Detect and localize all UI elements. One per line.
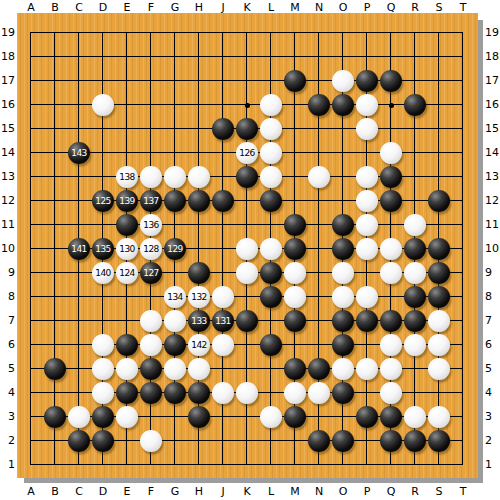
stone-black-C2 (68, 430, 90, 452)
stone-black-N2 (308, 430, 330, 452)
stone-white-K4 (236, 382, 258, 404)
coord-label: 12 (1, 189, 15, 213)
coord-label: 1 (485, 453, 499, 477)
stone-white-L13 (260, 166, 282, 188)
coord-label: 10 (1, 237, 15, 261)
coord-label: 18 (485, 45, 499, 69)
stone-white-E10: 130 (116, 238, 138, 260)
stone-black-H7: 133 (188, 310, 210, 332)
stone-black-K15 (236, 118, 258, 140)
coord-label: 7 (1, 309, 15, 333)
stone-black-Q13 (380, 166, 402, 188)
coord-label: M (283, 485, 307, 498)
stone-black-J15 (212, 118, 234, 140)
stone-black-S12 (428, 190, 450, 212)
move-number-label: 127 (143, 269, 159, 278)
stone-white-M8 (284, 286, 306, 308)
stone-black-H3 (188, 406, 210, 428)
coord-label: A (19, 485, 43, 498)
stone-black-S2 (428, 430, 450, 452)
stone-black-L6 (260, 334, 282, 356)
stone-black-C10: 141 (68, 238, 90, 260)
coord-label: 9 (1, 261, 15, 285)
stone-white-P11 (356, 214, 378, 236)
coord-label: N (307, 485, 331, 498)
stone-black-F12: 137 (140, 190, 162, 212)
stone-white-L16 (260, 94, 282, 116)
stone-black-O2 (332, 430, 354, 452)
move-number-label: 133 (191, 317, 207, 326)
stone-black-D2 (92, 430, 114, 452)
coord-label: 5 (485, 357, 499, 381)
stone-black-M17 (284, 70, 306, 92)
stone-white-Q4 (380, 382, 402, 404)
stone-black-F9: 127 (140, 262, 162, 284)
stone-black-O6 (332, 334, 354, 356)
stone-black-S8 (428, 286, 450, 308)
coord-label: Q (379, 485, 403, 498)
stone-black-R10 (404, 238, 426, 260)
coord-label: 6 (1, 333, 15, 357)
stone-black-F4 (140, 382, 162, 404)
coord-label: F (139, 485, 163, 498)
stone-black-L8 (260, 286, 282, 308)
stone-white-P13 (356, 166, 378, 188)
stone-white-K9 (236, 262, 258, 284)
coord-label: E (115, 485, 139, 498)
coord-label: 13 (1, 165, 15, 189)
move-number-label: 137 (143, 197, 159, 206)
stone-white-P5 (356, 358, 378, 380)
stone-black-O16 (332, 94, 354, 116)
stone-black-M11 (284, 214, 306, 236)
coord-label: D (91, 485, 115, 498)
stone-black-R8 (404, 286, 426, 308)
move-number-label: 130 (119, 245, 135, 254)
coord-label: 18 (1, 45, 15, 69)
stone-white-O8 (332, 286, 354, 308)
stone-black-H4 (188, 382, 210, 404)
stone-white-R9 (404, 262, 426, 284)
star-point (245, 103, 250, 108)
coord-label: 15 (1, 117, 15, 141)
stone-black-G4 (164, 382, 186, 404)
stone-white-Q10 (380, 238, 402, 260)
coord-label: 10 (485, 237, 499, 261)
go-board[interactable]: 1431261381251391371361411351301281291401… (17, 13, 478, 478)
stone-black-M3 (284, 406, 306, 428)
coord-label: 4 (1, 381, 15, 405)
coord-label: 8 (1, 285, 15, 309)
coord-label: B (43, 485, 67, 498)
stone-white-Q5 (380, 358, 402, 380)
star-point (389, 103, 394, 108)
stone-white-Q6 (380, 334, 402, 356)
stone-white-J4 (212, 382, 234, 404)
stone-white-J8 (212, 286, 234, 308)
move-number-label: 143 (71, 149, 87, 158)
coord-label: G (163, 485, 187, 498)
move-number-label: 124 (119, 269, 135, 278)
stone-white-H6: 142 (188, 334, 210, 356)
stone-white-F2 (140, 430, 162, 452)
coord-label: 13 (485, 165, 499, 189)
coord-label: 2 (485, 429, 499, 453)
coord-label: 15 (485, 117, 499, 141)
stone-white-G13 (164, 166, 186, 188)
stone-white-E13: 138 (116, 166, 138, 188)
stone-white-L14 (260, 142, 282, 164)
coord-label: 7 (485, 309, 499, 333)
coord-label: P (355, 485, 379, 498)
stone-white-L10 (260, 238, 282, 260)
stone-black-E12: 139 (116, 190, 138, 212)
stone-white-P8 (356, 286, 378, 308)
coord-label: S (427, 485, 451, 498)
coord-label: 16 (1, 93, 15, 117)
stone-black-E4 (116, 382, 138, 404)
move-number-label: 126 (239, 149, 255, 158)
stone-white-O9 (332, 262, 354, 284)
stone-black-Q2 (380, 430, 402, 452)
stone-white-C3 (68, 406, 90, 428)
stone-white-N4 (308, 382, 330, 404)
coord-label: 1 (1, 453, 15, 477)
stone-white-N13 (308, 166, 330, 188)
stone-black-G10: 129 (164, 238, 186, 260)
stone-black-F5 (140, 358, 162, 380)
stone-black-J7: 131 (212, 310, 234, 332)
move-number-label: 134 (167, 293, 183, 302)
stone-black-D3 (92, 406, 114, 428)
coord-label: 6 (485, 333, 499, 357)
stone-white-H5 (188, 358, 210, 380)
coord-label: 19 (485, 21, 499, 45)
stone-white-M4 (284, 382, 306, 404)
stone-black-C14: 143 (68, 142, 90, 164)
stone-black-G6 (164, 334, 186, 356)
stone-black-H12 (188, 190, 210, 212)
stone-black-K13 (236, 166, 258, 188)
stone-black-M7 (284, 310, 306, 332)
stone-white-Q9 (380, 262, 402, 284)
coord-label: 4 (485, 381, 499, 405)
move-number-label: 139 (119, 197, 135, 206)
stone-white-K10 (236, 238, 258, 260)
stone-white-H13 (188, 166, 210, 188)
move-number-label: 136 (143, 221, 159, 230)
coord-label: 8 (485, 285, 499, 309)
stone-black-O7 (332, 310, 354, 332)
stone-black-N16 (308, 94, 330, 116)
stone-white-P15 (356, 118, 378, 140)
coord-label: 3 (1, 405, 15, 429)
coord-label: 14 (1, 141, 15, 165)
stone-white-O5 (332, 358, 354, 380)
stone-black-Q17 (380, 70, 402, 92)
stone-white-L3 (260, 406, 282, 428)
coord-label: 2 (1, 429, 15, 453)
coord-label: 5 (1, 357, 15, 381)
stone-black-E6 (116, 334, 138, 356)
stone-black-Q3 (380, 406, 402, 428)
stone-white-P12 (356, 190, 378, 212)
move-number-label: 140 (95, 269, 111, 278)
coord-label: J (211, 485, 235, 498)
stone-white-F7 (140, 310, 162, 332)
coord-label: 17 (485, 69, 499, 93)
stone-white-E9: 124 (116, 262, 138, 284)
stone-black-N5 (308, 358, 330, 380)
move-number-label: 141 (71, 245, 87, 254)
stone-black-Q7 (380, 310, 402, 332)
stone-white-K14: 126 (236, 142, 258, 164)
stone-black-P7 (356, 310, 378, 332)
stone-black-M5 (284, 358, 306, 380)
stone-white-F13 (140, 166, 162, 188)
coord-label: 14 (485, 141, 499, 165)
coord-label: 19 (1, 21, 15, 45)
stone-white-D4 (92, 382, 114, 404)
stone-white-M9 (284, 262, 306, 284)
stone-white-S6 (428, 334, 450, 356)
stone-black-R7 (404, 310, 426, 332)
stone-black-H9 (188, 262, 210, 284)
coord-label: 11 (1, 213, 15, 237)
coord-label: L (259, 485, 283, 498)
stone-black-D10: 135 (92, 238, 114, 260)
stone-black-O4 (332, 382, 354, 404)
stone-black-D12: 125 (92, 190, 114, 212)
stone-black-R2 (404, 430, 426, 452)
move-number-label: 142 (191, 341, 207, 350)
stone-black-P3 (356, 406, 378, 428)
go-game-record-view: ABCDEFGHJKLMNOPQRST ABCDEFGHJKLMNOPQRST … (0, 0, 500, 500)
move-number-label: 125 (95, 197, 111, 206)
stone-black-S9 (428, 262, 450, 284)
coord-label: R (403, 485, 427, 498)
stone-black-O11 (332, 214, 354, 236)
stone-white-F10: 128 (140, 238, 162, 260)
stone-black-R16 (404, 94, 426, 116)
coord-label: H (187, 485, 211, 498)
stone-black-O10 (332, 238, 354, 260)
stone-black-L9 (260, 262, 282, 284)
coord-label: T (451, 485, 475, 498)
stone-white-D5 (92, 358, 114, 380)
stone-white-S7 (428, 310, 450, 332)
stone-white-J6 (212, 334, 234, 356)
stone-white-O17 (332, 70, 354, 92)
move-number-label: 135 (95, 245, 111, 254)
move-number-label: 131 (215, 317, 231, 326)
stone-black-B3 (44, 406, 66, 428)
coord-label: 11 (485, 213, 499, 237)
stone-black-B5 (44, 358, 66, 380)
coord-label: 17 (1, 69, 15, 93)
stone-white-P16 (356, 94, 378, 116)
stone-white-E3 (116, 406, 138, 428)
stone-white-S3 (428, 406, 450, 428)
stone-white-Q14 (380, 142, 402, 164)
stone-black-J12 (212, 190, 234, 212)
board-grid: 1431261381251391371361411351301281291401… (19, 21, 475, 477)
stone-white-R3 (404, 406, 426, 428)
stone-white-L15 (260, 118, 282, 140)
stone-black-L12 (260, 190, 282, 212)
stone-black-E11 (116, 214, 138, 236)
stone-white-G8: 134 (164, 286, 186, 308)
stone-white-D16 (92, 94, 114, 116)
stone-white-E5 (116, 358, 138, 380)
stone-white-R11 (404, 214, 426, 236)
coord-label: 9 (485, 261, 499, 285)
stone-white-F6 (140, 334, 162, 356)
stone-black-P17 (356, 70, 378, 92)
stone-white-G5 (164, 358, 186, 380)
stone-white-H8: 132 (188, 286, 210, 308)
stone-white-S5 (428, 358, 450, 380)
stone-black-K7 (236, 310, 258, 332)
coord-label: C (67, 485, 91, 498)
coord-label: 16 (485, 93, 499, 117)
stone-black-S10 (428, 238, 450, 260)
move-number-label: 138 (119, 173, 135, 182)
stone-white-F11: 136 (140, 214, 162, 236)
stone-black-G12 (164, 190, 186, 212)
coord-label: 3 (485, 405, 499, 429)
coord-label: 12 (485, 189, 499, 213)
stone-black-Q12 (380, 190, 402, 212)
move-number-label: 132 (191, 293, 207, 302)
stone-white-D9: 140 (92, 262, 114, 284)
stone-white-P10 (356, 238, 378, 260)
stone-white-G7 (164, 310, 186, 332)
coord-label: K (235, 485, 259, 498)
stone-black-M10 (284, 238, 306, 260)
stone-white-R6 (404, 334, 426, 356)
move-number-label: 128 (143, 245, 159, 254)
move-number-label: 129 (167, 245, 183, 254)
coord-label: O (331, 485, 355, 498)
stone-white-D6 (92, 334, 114, 356)
